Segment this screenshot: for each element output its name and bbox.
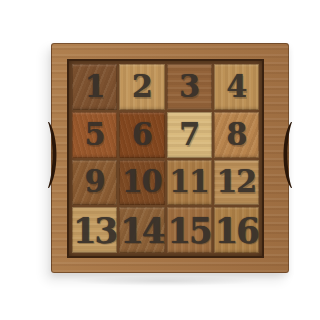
tile-13-number: 13 <box>73 212 116 248</box>
floor-shadow <box>70 276 260 286</box>
tile-15[interactable]: 15 <box>167 207 212 253</box>
tile-7[interactable]: 7 <box>167 112 212 158</box>
tile-8[interactable]: 8 <box>214 112 259 158</box>
tile-4-number: 4 <box>226 71 246 103</box>
tile-11[interactable]: 11 <box>167 160 212 206</box>
tile-12[interactable]: 12 <box>214 160 259 206</box>
tile-4[interactable]: 4 <box>214 64 259 110</box>
tile-tray: 1 2 3 4 5 6 7 8 9 10 11 12 13 14 15 16 <box>67 59 264 258</box>
tile-2-number: 2 <box>132 71 152 103</box>
tile-5[interactable]: 5 <box>72 112 117 158</box>
tile-9-number: 9 <box>85 167 105 199</box>
tile-9[interactable]: 9 <box>72 160 117 206</box>
tile-13[interactable]: 13 <box>72 207 117 253</box>
tile-6[interactable]: 6 <box>119 112 164 158</box>
tile-14[interactable]: 14 <box>119 207 164 253</box>
puzzle-frame: 1 2 3 4 5 6 7 8 9 10 11 12 13 14 15 16 <box>51 43 289 273</box>
puzzle-grid: 1 2 3 4 5 6 7 8 9 10 11 12 13 14 15 16 <box>72 64 259 253</box>
tile-3[interactable]: 3 <box>167 64 212 110</box>
tile-10[interactable]: 10 <box>119 160 164 206</box>
tile-16[interactable]: 16 <box>214 207 259 253</box>
tile-2[interactable]: 2 <box>119 64 164 110</box>
tile-14-number: 14 <box>120 212 163 248</box>
finger-notch-right <box>278 122 292 188</box>
tile-11-number: 11 <box>169 167 209 199</box>
finger-notch-left <box>48 122 62 188</box>
tile-12-number: 12 <box>217 167 257 199</box>
tile-8-number: 8 <box>226 119 246 151</box>
tile-1[interactable]: 1 <box>72 64 117 110</box>
tile-5-number: 5 <box>85 119 105 151</box>
tile-15-number: 15 <box>167 212 210 248</box>
tile-6-number: 6 <box>132 119 152 151</box>
tile-1-number: 1 <box>85 71 105 103</box>
tile-3-number: 3 <box>179 71 199 103</box>
tile-7-number: 7 <box>179 119 199 151</box>
tile-10-number: 10 <box>122 167 162 199</box>
product-photo-stage: 1 2 3 4 5 6 7 8 9 10 11 12 13 14 15 16 <box>0 0 320 320</box>
tile-16-number: 16 <box>215 212 258 248</box>
